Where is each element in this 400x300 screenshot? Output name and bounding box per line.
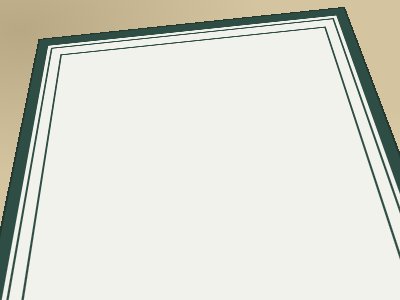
file-coordinates xyxy=(73,23,312,48)
board-tilt-wrapper xyxy=(13,0,391,300)
chess-board xyxy=(0,19,400,300)
photo-scene xyxy=(0,0,400,300)
carpet-background xyxy=(0,0,400,300)
board-squares xyxy=(17,28,400,300)
